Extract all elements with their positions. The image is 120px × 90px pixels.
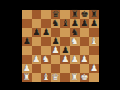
square-c3[interactable]: ♞ [41,55,51,64]
black-bishop-e7[interactable]: ♝ [61,19,69,28]
square-h2[interactable]: ♟ [89,64,99,73]
square-a8[interactable] [22,10,32,19]
square-h7[interactable]: ♟ [89,19,99,28]
square-b6[interactable]: ♟ [32,28,42,37]
black-pawn-g7[interactable]: ♟ [80,19,88,28]
white-rook-a1[interactable]: ♜ [23,73,31,82]
square-b2[interactable] [32,64,42,73]
square-d3[interactable] [51,55,61,64]
white-pawn-g3[interactable]: ♟ [80,55,88,64]
square-a4[interactable] [22,46,32,55]
black-pawn-a5[interactable]: ♟ [23,37,31,46]
square-d4[interactable]: ♟ [51,46,61,55]
square-d7[interactable]: ♞ [51,19,61,28]
square-h4[interactable] [89,46,99,55]
square-f5[interactable]: ♞ [70,37,80,46]
square-d1[interactable]: ♛ [51,73,61,82]
black-pawn-b6[interactable]: ♟ [32,28,40,37]
square-f3[interactable]: ♟ [70,55,80,64]
white-pawn-f3[interactable]: ♟ [71,55,79,64]
square-g3[interactable]: ♟ [80,55,90,64]
square-c8[interactable] [41,10,51,19]
square-h5[interactable]: ♝ [89,37,99,46]
white-knight-c3[interactable]: ♞ [42,55,50,64]
square-b3[interactable]: ♟ [32,55,42,64]
square-a7[interactable] [22,19,32,28]
square-f1[interactable]: ♜ [70,73,80,82]
square-e3[interactable]: ♟ [60,55,70,64]
white-pawn-h2[interactable]: ♟ [90,64,98,73]
white-king-g1[interactable]: ♚ [80,73,88,82]
square-b5[interactable] [32,37,42,46]
square-c1[interactable]: ♝ [41,73,51,82]
white-bishop-c1[interactable]: ♝ [42,73,50,82]
square-c5[interactable] [41,37,51,46]
white-pawn-d4[interactable]: ♟ [52,46,60,55]
black-pawn-h7[interactable]: ♟ [90,19,98,28]
square-g6[interactable] [80,28,90,37]
white-bishop-h5[interactable]: ♝ [90,37,98,46]
chess-board: ♛♜♚♜♞♝♟♟♟♟♟♞♟♟♞♝♟♟♟♞♟♟♟♟♟♜♝♛♜♚ [22,10,99,82]
square-a1[interactable]: ♜ [22,73,32,82]
square-b1[interactable] [32,73,42,82]
square-b8[interactable] [32,10,42,19]
square-e2[interactable] [60,64,70,73]
page-background: ♛♜♚♜♞♝♟♟♟♟♟♞♟♟♞♝♟♟♟♞♟♟♟♟♟♜♝♛♜♚ [0,0,120,90]
black-pawn-c6[interactable]: ♟ [42,28,50,37]
black-knight-d7[interactable]: ♞ [52,19,60,28]
white-pawn-e3[interactable]: ♟ [61,55,69,64]
square-e6[interactable] [60,28,70,37]
square-c6[interactable]: ♟ [41,28,51,37]
square-h1[interactable] [89,73,99,82]
square-g1[interactable]: ♚ [80,73,90,82]
white-queen-d1[interactable]: ♛ [52,73,60,82]
square-g7[interactable]: ♟ [80,19,90,28]
white-rook-f1[interactable]: ♜ [71,73,79,82]
square-a5[interactable]: ♟ [22,37,32,46]
white-pawn-b3[interactable]: ♟ [32,55,40,64]
square-g5[interactable] [80,37,90,46]
square-e1[interactable] [60,73,70,82]
square-e7[interactable]: ♝ [60,19,70,28]
white-knight-f5[interactable]: ♞ [71,37,79,46]
